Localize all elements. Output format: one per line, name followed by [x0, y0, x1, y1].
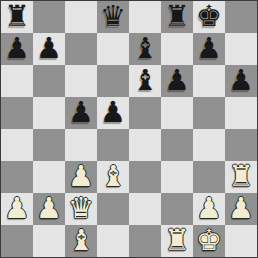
square-c2[interactable]: ♛ [65, 193, 97, 225]
square-e7[interactable]: ♝ [129, 33, 161, 65]
square-a6[interactable] [1, 65, 33, 97]
piece-black-pawn-c5: ♟ [68, 97, 94, 128]
piece-black-pawn-a7: ♟ [4, 33, 30, 64]
piece-black-pawn-d5: ♟ [100, 97, 126, 128]
square-g6[interactable] [193, 65, 225, 97]
square-b7[interactable]: ♟ [33, 33, 65, 65]
square-e1[interactable] [129, 225, 161, 257]
square-e8[interactable] [129, 1, 161, 33]
square-g1[interactable]: ♚ [193, 225, 225, 257]
piece-white-king-g1: ♚ [196, 225, 222, 256]
square-h4[interactable] [225, 129, 257, 161]
square-c8[interactable] [65, 1, 97, 33]
square-b8[interactable] [33, 1, 65, 33]
piece-black-pawn-f6: ♟ [164, 65, 190, 96]
square-b2[interactable]: ♟ [33, 193, 65, 225]
square-e3[interactable] [129, 161, 161, 193]
square-h3[interactable]: ♜ [225, 161, 257, 193]
piece-white-bishop-d3: ♝ [100, 161, 126, 192]
square-c4[interactable] [65, 129, 97, 161]
piece-black-king-g8: ♚ [196, 1, 222, 32]
square-d4[interactable] [97, 129, 129, 161]
piece-white-rook-h3: ♜ [228, 161, 254, 192]
square-d7[interactable] [97, 33, 129, 65]
square-g4[interactable] [193, 129, 225, 161]
chess-board: ♜♛♜♚♟♟♝♟♝♟♟♟♟♟♝♜♟♟♛♟♟♝♜♚ [0, 0, 258, 258]
square-a2[interactable]: ♟ [1, 193, 33, 225]
square-f5[interactable] [161, 97, 193, 129]
piece-white-bishop-c1: ♝ [68, 225, 94, 256]
piece-black-pawn-g7: ♟ [196, 33, 222, 64]
square-c7[interactable] [65, 33, 97, 65]
piece-white-rook-f1: ♜ [164, 225, 190, 256]
square-h5[interactable] [225, 97, 257, 129]
square-e5[interactable] [129, 97, 161, 129]
piece-black-bishop-e6: ♝ [132, 65, 158, 96]
square-a3[interactable] [1, 161, 33, 193]
square-d6[interactable] [97, 65, 129, 97]
square-b5[interactable] [33, 97, 65, 129]
piece-black-queen-d8: ♛ [100, 1, 126, 32]
square-d2[interactable] [97, 193, 129, 225]
square-f4[interactable] [161, 129, 193, 161]
square-d3[interactable]: ♝ [97, 161, 129, 193]
square-e6[interactable]: ♝ [129, 65, 161, 97]
piece-white-queen-c2: ♛ [68, 193, 94, 224]
square-h1[interactable] [225, 225, 257, 257]
square-a5[interactable] [1, 97, 33, 129]
square-b6[interactable] [33, 65, 65, 97]
square-f8[interactable]: ♜ [161, 1, 193, 33]
piece-black-pawn-b7: ♟ [36, 33, 62, 64]
piece-white-pawn-c3: ♟ [68, 161, 94, 192]
piece-black-bishop-e7: ♝ [132, 33, 158, 64]
piece-white-pawn-g2: ♟ [196, 193, 222, 224]
square-f6[interactable]: ♟ [161, 65, 193, 97]
square-g2[interactable]: ♟ [193, 193, 225, 225]
square-e2[interactable] [129, 193, 161, 225]
square-g8[interactable]: ♚ [193, 1, 225, 33]
square-b1[interactable] [33, 225, 65, 257]
piece-white-pawn-a2: ♟ [4, 193, 30, 224]
square-b3[interactable] [33, 161, 65, 193]
square-c6[interactable] [65, 65, 97, 97]
square-d8[interactable]: ♛ [97, 1, 129, 33]
square-f2[interactable] [161, 193, 193, 225]
square-a1[interactable] [1, 225, 33, 257]
square-a4[interactable] [1, 129, 33, 161]
square-b4[interactable] [33, 129, 65, 161]
square-a7[interactable]: ♟ [1, 33, 33, 65]
square-d5[interactable]: ♟ [97, 97, 129, 129]
square-g5[interactable] [193, 97, 225, 129]
square-c3[interactable]: ♟ [65, 161, 97, 193]
square-c1[interactable]: ♝ [65, 225, 97, 257]
square-h7[interactable] [225, 33, 257, 65]
piece-white-pawn-b2: ♟ [36, 193, 62, 224]
square-h2[interactable]: ♟ [225, 193, 257, 225]
piece-black-rook-a8: ♜ [4, 1, 30, 32]
square-f7[interactable] [161, 33, 193, 65]
square-f1[interactable]: ♜ [161, 225, 193, 257]
square-e4[interactable] [129, 129, 161, 161]
piece-black-rook-f8: ♜ [164, 1, 190, 32]
square-a8[interactable]: ♜ [1, 1, 33, 33]
square-d1[interactable] [97, 225, 129, 257]
square-g3[interactable] [193, 161, 225, 193]
square-g7[interactable]: ♟ [193, 33, 225, 65]
square-c5[interactable]: ♟ [65, 97, 97, 129]
piece-black-pawn-h6: ♟ [228, 65, 254, 96]
square-h8[interactable] [225, 1, 257, 33]
piece-white-pawn-h2: ♟ [228, 193, 254, 224]
square-h6[interactable]: ♟ [225, 65, 257, 97]
square-f3[interactable] [161, 161, 193, 193]
